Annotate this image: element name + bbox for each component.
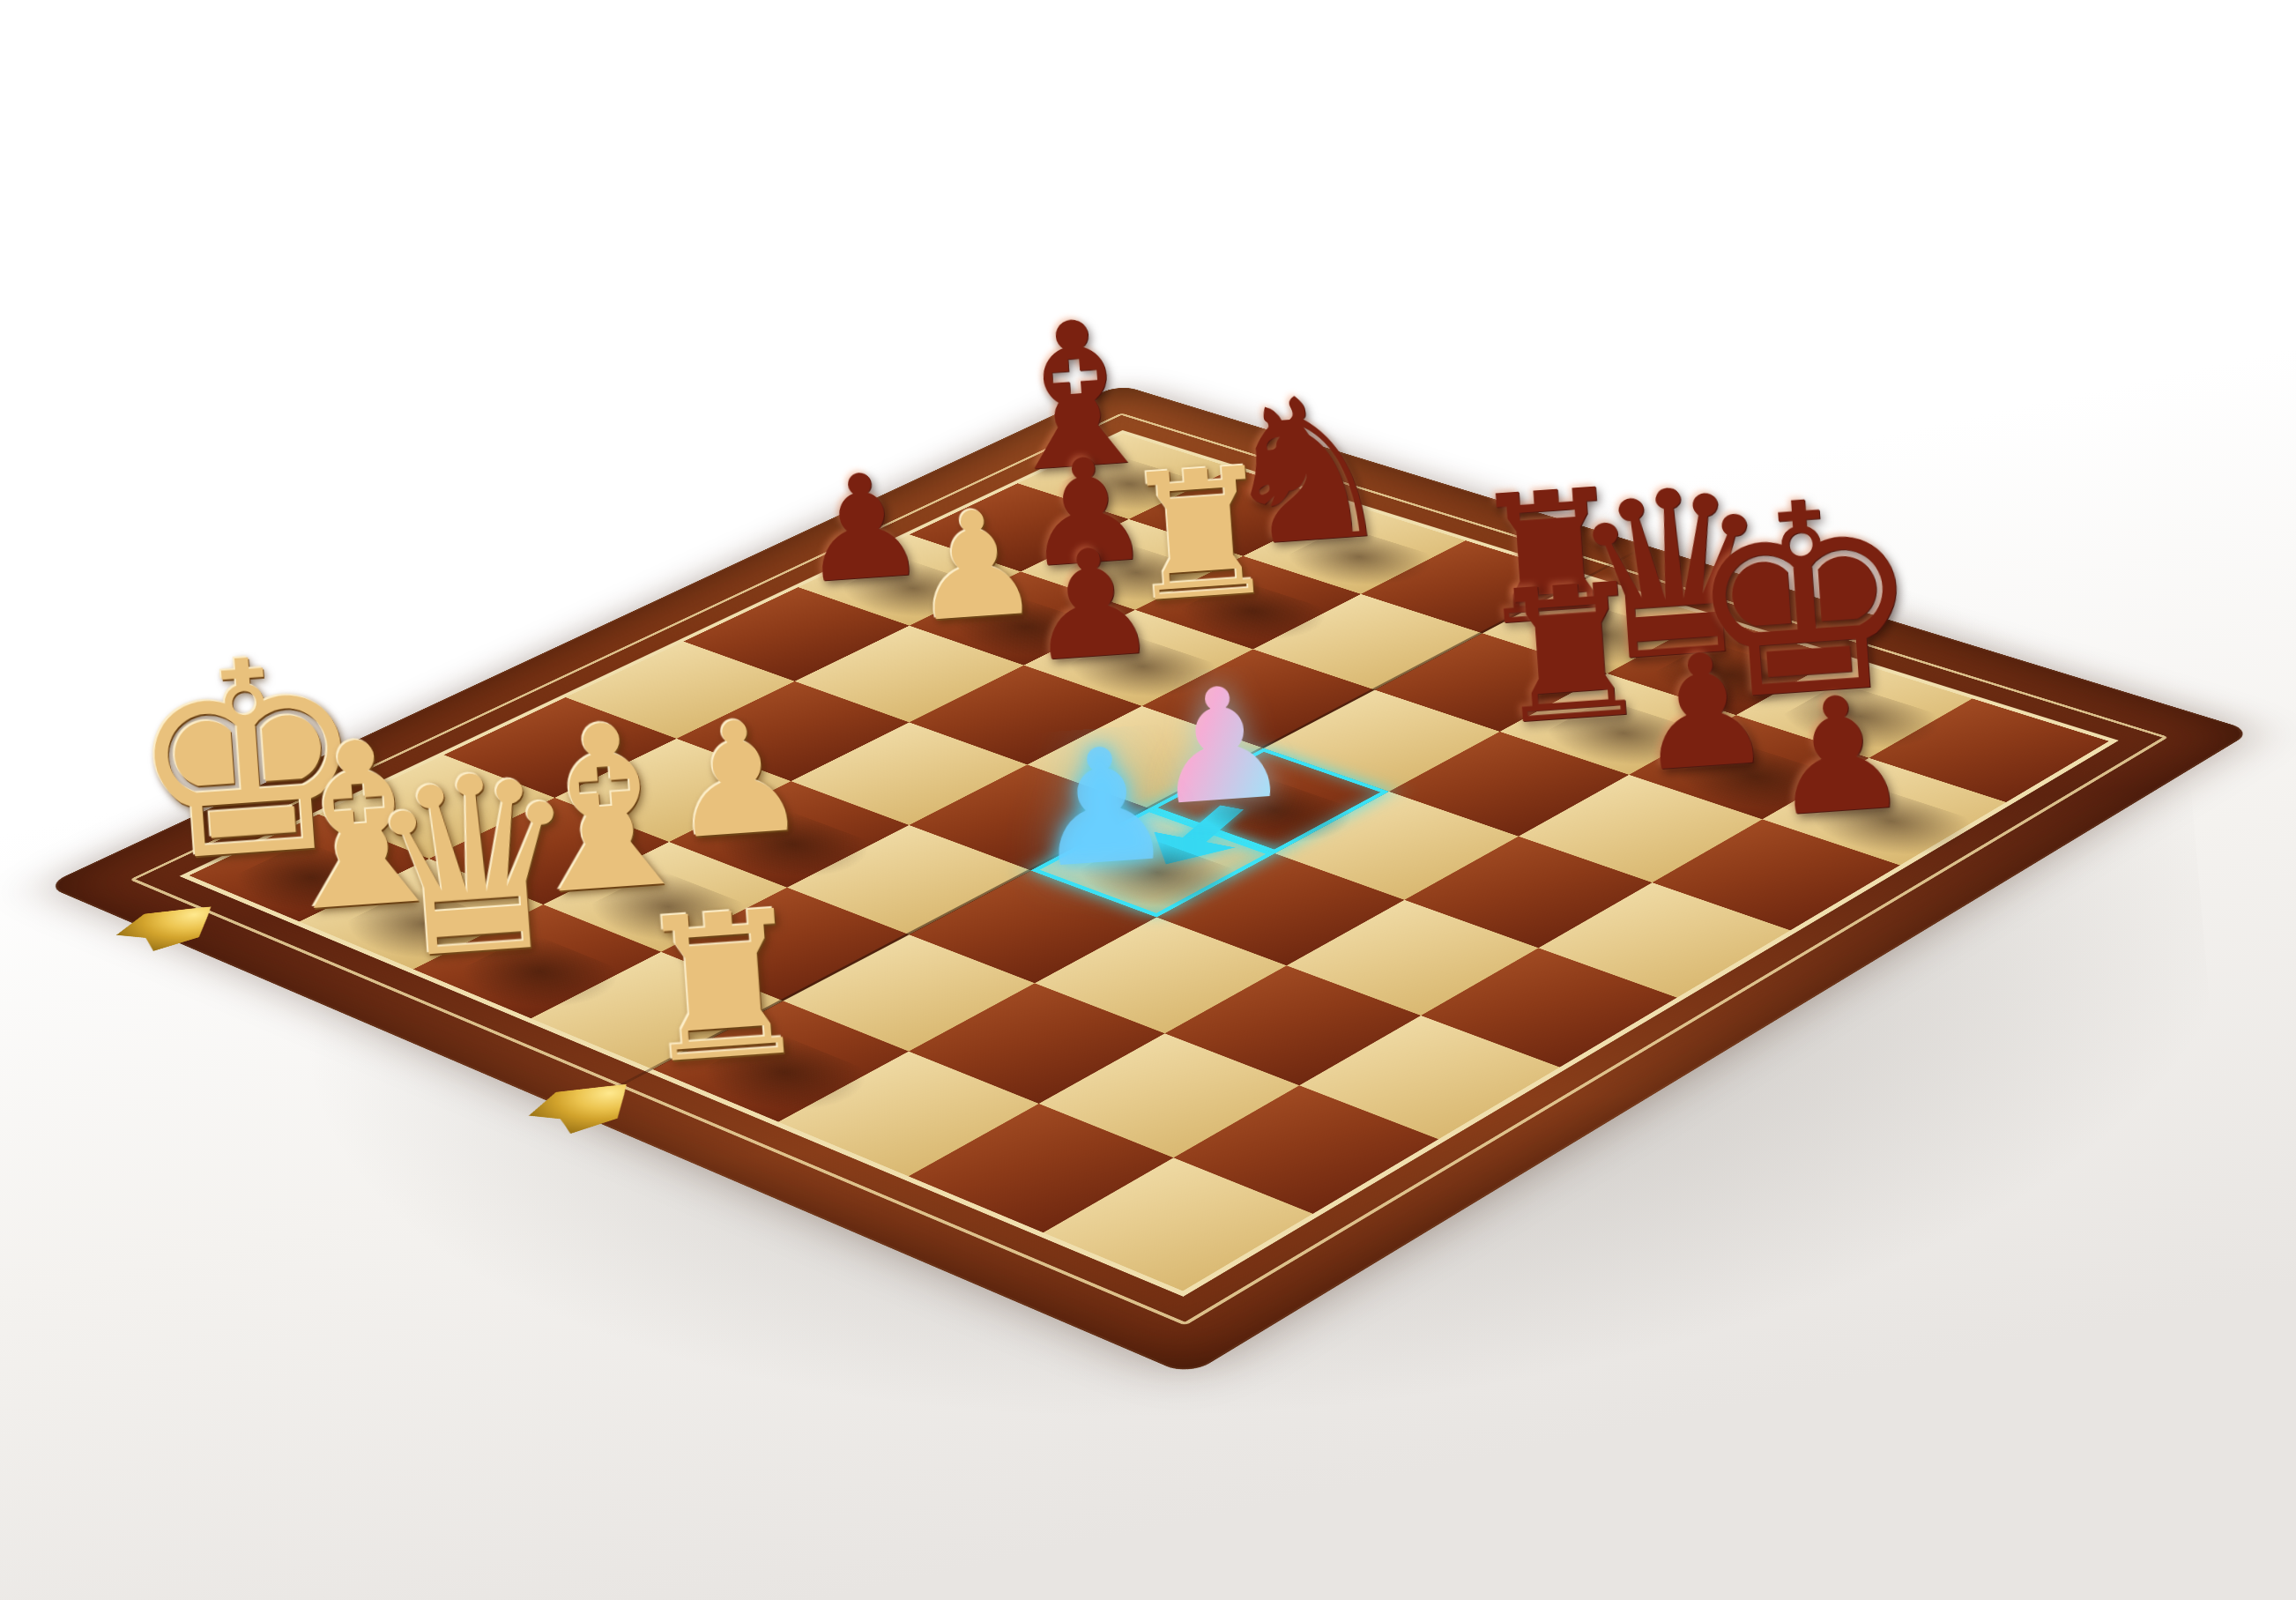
scene: ♝♞♜♛♚♜♜♟♟♟♟♟♟♟♟♝♚♝♛♜♟ <box>0 0 2296 1600</box>
piece-white-queen-c1[interactable]: ♛ <box>347 737 602 996</box>
piece-white-rook-e1[interactable]: ♜ <box>592 880 851 1095</box>
hologram-ghost-pawn-e4[interactable]: ♟ <box>980 719 1225 893</box>
photo-stage: ♝♞♜♛♚♜♜♟♟♟♟♟♟♟♟♝♚♝♛♜♟ <box>0 0 2296 1600</box>
piece-black-pawn-h7[interactable]: ♟ <box>1716 668 1961 842</box>
chess-board: ♝♞♜♛♚♜♜♟♟♟♟♟♟♟♟♝♚♝♛♜♟ <box>44 384 2253 1376</box>
scene-tilt: ♝♞♜♛♚♜♜♟♟♟♟♟♟♟♟♝♚♝♛♜♟ <box>0 0 2296 1600</box>
